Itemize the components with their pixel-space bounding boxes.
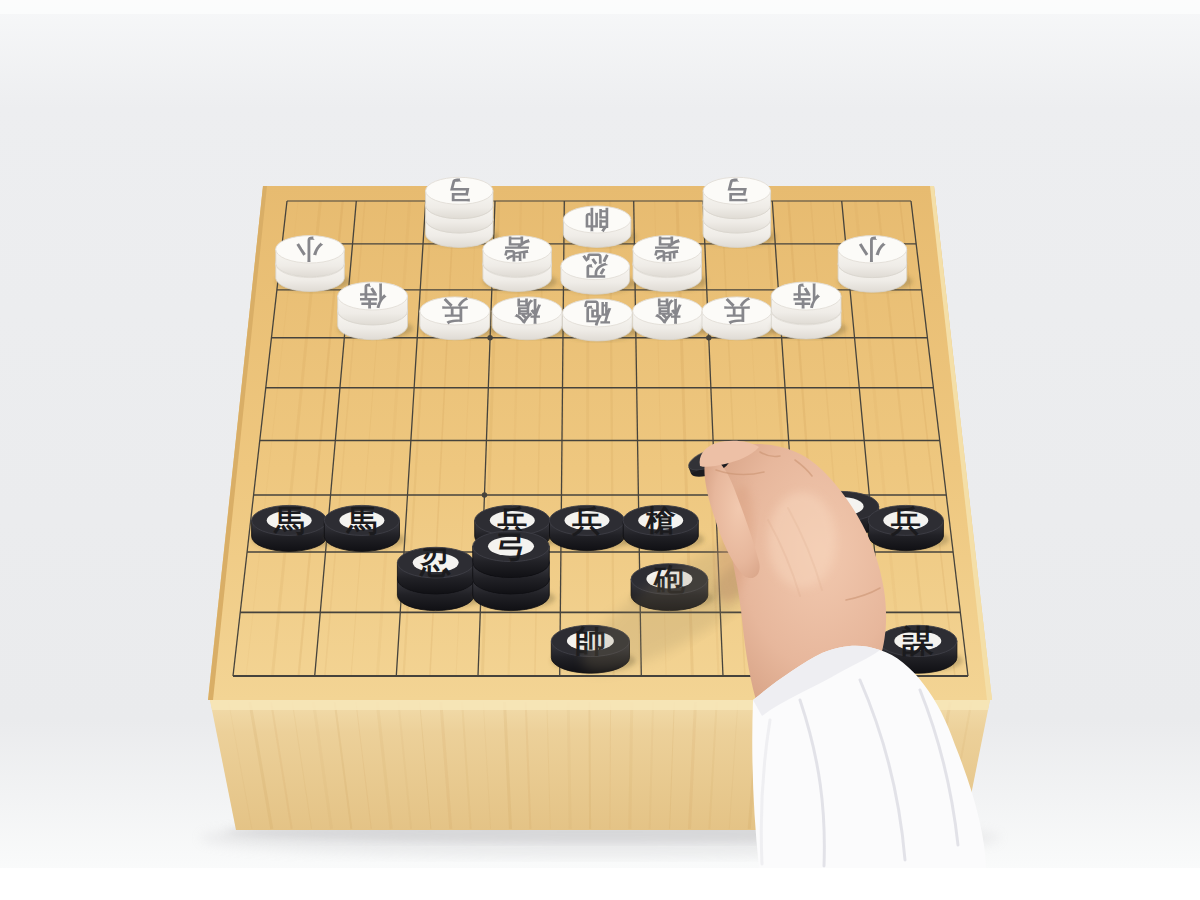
- glyph-archer: 弓: [496, 529, 527, 564]
- piece-white-lieutenant-general-9-2[interactable]: 小: [838, 234, 912, 292]
- piece-white-archer-7-1[interactable]: 弓: [703, 176, 776, 247]
- piece-black-ninja-3-8[interactable]: 忍: [397, 545, 480, 610]
- glyph-pawn: 兵: [442, 296, 469, 326]
- glyph-pawn: 兵: [571, 503, 602, 538]
- star-point: [706, 335, 711, 340]
- piece-white-fortress-6-2[interactable]: 砦: [633, 234, 707, 291]
- glyph-samurai: 侍: [793, 281, 820, 311]
- glyph-spear: 槍: [645, 503, 676, 538]
- glyph-marshal: 帥: [584, 205, 609, 234]
- glyph-ninja: 忍: [419, 545, 451, 580]
- glyph-pawn: 兵: [890, 503, 921, 538]
- star-point: [482, 492, 487, 497]
- product-photo: 弓帥弓小砦忍砦小侍兵槍砲槍兵侍馬馬兵兵槍兵忍弓砲帥謀: [0, 0, 1200, 900]
- glyph-fortress: 砦: [504, 234, 531, 264]
- glyph-spear: 槍: [514, 296, 541, 326]
- glyph-lieutenant-general: 小: [296, 234, 324, 264]
- piece-white-samurai-8-3[interactable]: 侍: [771, 281, 847, 339]
- glyph-fortress: 砦: [654, 234, 681, 264]
- glyph-ninja: 忍: [582, 251, 609, 281]
- piece-white-archer-3-1[interactable]: 弓: [426, 176, 499, 247]
- glyph-cavalry: 馬: [273, 503, 304, 538]
- glyph-lieutenant-general: 小: [858, 234, 886, 264]
- glyph-cannon: 砲: [583, 298, 611, 328]
- piece-black-archer-4-8[interactable]: 弓: [473, 529, 556, 611]
- glyph-cavalry: 馬: [346, 503, 377, 538]
- glyph-archer: 弓: [447, 176, 472, 205]
- photo-top-margin: [0, 0, 1200, 14]
- glyph-samurai: 侍: [360, 281, 387, 311]
- piece-white-samurai-2-3[interactable]: 侍: [338, 281, 414, 340]
- piece-white-lieutenant-general-1-2[interactable]: 小: [276, 234, 350, 291]
- piece-white-fortress-4-2[interactable]: 砦: [483, 234, 557, 291]
- glyph-archer: 弓: [724, 176, 749, 205]
- glyph-strategist: 謀: [901, 623, 934, 659]
- star-point: [487, 335, 492, 340]
- glyph-pawn: 兵: [724, 296, 751, 326]
- gungi-photo-scene: 弓帥弓小砦忍砦小侍兵槍砲槍兵侍馬馬兵兵槍兵忍弓砲帥謀: [0, 0, 1200, 900]
- photo-bottom-margin: [0, 868, 1200, 900]
- glyph-spear: 槍: [655, 296, 682, 326]
